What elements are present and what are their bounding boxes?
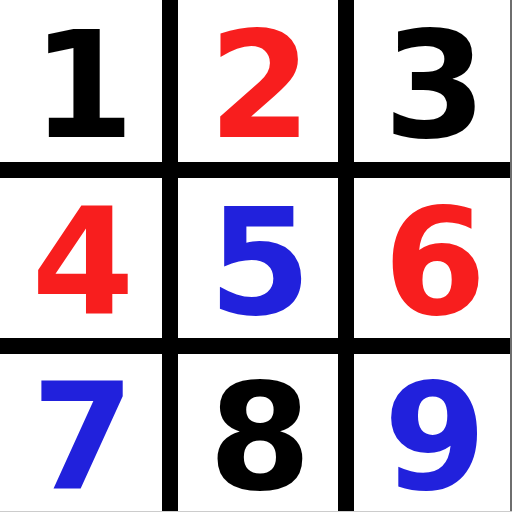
cell-digit: 8: [209, 354, 308, 512]
cell-digit: 5: [209, 179, 308, 337]
grid-cell-r2c3[interactable]: 6: [354, 178, 512, 338]
cell-digit: 2: [209, 2, 308, 160]
grid: 1 2 3 4 5 6 7 8 9: [0, 0, 512, 512]
grid-cell-r3c3[interactable]: 9: [354, 354, 512, 512]
cell-digit: 7: [32, 354, 131, 512]
cell-digit: 4: [32, 179, 131, 337]
cell-digit: 1: [32, 2, 131, 160]
grid-cell-r2c2[interactable]: 5: [178, 178, 338, 338]
grid-cell-r3c2[interactable]: 8: [178, 354, 338, 512]
grid-cell-r1c1[interactable]: 1: [0, 0, 162, 162]
grid-cell-r3c1[interactable]: 7: [0, 354, 162, 512]
grid-cell-r2c1[interactable]: 4: [0, 178, 162, 338]
number-grid-board: 1 2 3 4 5 6 7 8 9: [0, 0, 512, 512]
cell-digit: 6: [384, 179, 483, 337]
grid-cell-r1c2[interactable]: 2: [178, 0, 338, 162]
cell-digit: 9: [384, 354, 483, 512]
cell-digit: 3: [384, 2, 483, 160]
grid-cell-r1c3[interactable]: 3: [354, 0, 512, 162]
